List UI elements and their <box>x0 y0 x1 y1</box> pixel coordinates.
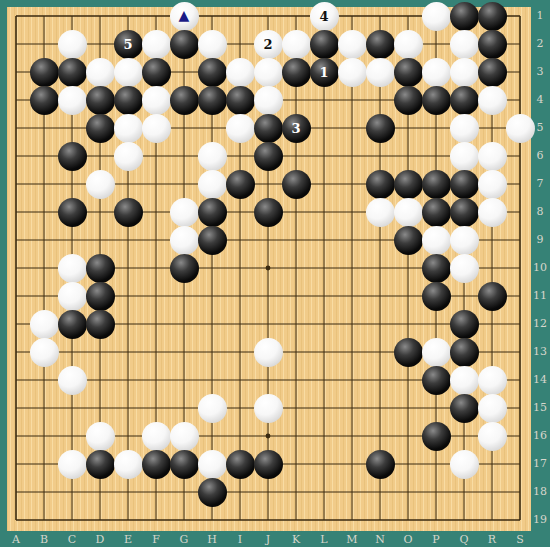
stone-white-H-17 <box>198 450 227 479</box>
stone-white-E-5 <box>114 114 143 143</box>
stone-white-N-8 <box>366 198 395 227</box>
row-label-10: 10 <box>531 261 549 275</box>
stone-black-C-3 <box>58 58 87 87</box>
stone-black-J-6 <box>254 142 283 171</box>
stone-black-H-18 <box>198 478 227 507</box>
row-label-13: 13 <box>531 345 549 359</box>
column-label-B: B <box>36 533 52 547</box>
stone-white-I-5 <box>226 114 255 143</box>
stone-white-D-3 <box>86 58 115 87</box>
column-label-M: M <box>344 533 360 547</box>
stone-white-Q-14 <box>450 366 479 395</box>
stone-white-R-16 <box>478 422 507 451</box>
row-label-17: 17 <box>531 457 549 471</box>
stone-black-D-4 <box>86 86 115 115</box>
stone-white-C-14 <box>58 366 87 395</box>
stone-black-B-3 <box>30 58 59 87</box>
stone-white-H-7 <box>198 170 227 199</box>
stone-white-O-8 <box>394 198 423 227</box>
go-diagram-frame: ▲45213 ABCDEFGHIJKLMNOPQRS 1234567891011… <box>0 0 550 547</box>
stone-white-C-17 <box>58 450 87 479</box>
stone-white-Q-6 <box>450 142 479 171</box>
column-label-P: P <box>428 533 444 547</box>
stone-white-F-16 <box>142 422 171 451</box>
stone-black-C-12 <box>58 310 87 339</box>
stone-black-N-7 <box>366 170 395 199</box>
column-label-L: L <box>316 533 332 547</box>
stone-white-C-2 <box>58 30 87 59</box>
stone-white-C-4 <box>58 86 87 115</box>
stone-black-P-10 <box>422 254 451 283</box>
row-label-1: 1 <box>531 9 549 23</box>
stone-black-G-17 <box>170 450 199 479</box>
stone-black-P-16 <box>422 422 451 451</box>
stone-black-R-1 <box>478 2 507 31</box>
column-label-C: C <box>64 533 80 547</box>
stone-black-D-10 <box>86 254 115 283</box>
stone-black-I-17 <box>226 450 255 479</box>
triangle-marker: ▲ <box>179 8 190 22</box>
stone-white-K-2 <box>282 30 311 59</box>
stone-black-C-8 <box>58 198 87 227</box>
move-number-label: 2 <box>263 38 272 51</box>
stone-black-I-4 <box>226 86 255 115</box>
stone-white-B-12 <box>30 310 59 339</box>
row-label-16: 16 <box>531 429 549 443</box>
stone-white-Q-3 <box>450 58 479 87</box>
stone-black-D-11 <box>86 282 115 311</box>
stone-white-Q-9 <box>450 226 479 255</box>
row-label-9: 9 <box>531 233 549 247</box>
stone-white-E-17 <box>114 450 143 479</box>
stone-black-P-14 <box>422 366 451 395</box>
stone-black-F-17 <box>142 450 171 479</box>
row-label-7: 7 <box>531 177 549 191</box>
stone-black-H-8 <box>198 198 227 227</box>
stone-black-B-4 <box>30 86 59 115</box>
stone-white-H-15 <box>198 394 227 423</box>
stone-white-O-2 <box>394 30 423 59</box>
stone-black-N-17 <box>366 450 395 479</box>
stone-black-F-3 <box>142 58 171 87</box>
stone-white-Q-2 <box>450 30 479 59</box>
stone-black-G-10 <box>170 254 199 283</box>
stone-black-D-17 <box>86 450 115 479</box>
stone-white-D-7 <box>86 170 115 199</box>
column-label-A: A <box>8 533 24 547</box>
stone-white-F-5 <box>142 114 171 143</box>
row-label-3: 3 <box>531 65 549 79</box>
go-board[interactable]: ▲45213 <box>7 7 531 531</box>
row-label-19: 19 <box>531 513 549 527</box>
stone-white-M-2 <box>338 30 367 59</box>
stone-black-L-3: 1 <box>310 58 339 87</box>
stone-white-D-16 <box>86 422 115 451</box>
stone-black-E-8 <box>114 198 143 227</box>
stone-black-Q-1 <box>450 2 479 31</box>
stone-white-H-6 <box>198 142 227 171</box>
stone-black-L-2 <box>310 30 339 59</box>
stone-black-K-7 <box>282 170 311 199</box>
stone-black-H-3 <box>198 58 227 87</box>
stone-white-F-4 <box>142 86 171 115</box>
stone-white-G-9 <box>170 226 199 255</box>
stone-black-Q-12 <box>450 310 479 339</box>
stone-white-L-1: 4 <box>310 2 339 31</box>
stone-white-G-16 <box>170 422 199 451</box>
stone-black-E-2: 5 <box>114 30 143 59</box>
stone-white-R-8 <box>478 198 507 227</box>
stone-black-E-4 <box>114 86 143 115</box>
stone-white-Q-17 <box>450 450 479 479</box>
stone-white-C-10 <box>58 254 87 283</box>
row-label-6: 6 <box>531 149 549 163</box>
row-label-14: 14 <box>531 373 549 387</box>
row-label-11: 11 <box>531 289 549 303</box>
stone-black-K-5: 3 <box>282 114 311 143</box>
stone-black-N-2 <box>366 30 395 59</box>
stone-white-J-4 <box>254 86 283 115</box>
stone-white-I-3 <box>226 58 255 87</box>
stone-black-G-2 <box>170 30 199 59</box>
stone-white-C-11 <box>58 282 87 311</box>
stone-black-J-8 <box>254 198 283 227</box>
stone-black-R-11 <box>478 282 507 311</box>
stone-black-O-3 <box>394 58 423 87</box>
stone-black-H-4 <box>198 86 227 115</box>
stone-black-O-9 <box>394 226 423 255</box>
stone-white-J-13 <box>254 338 283 367</box>
stone-black-N-5 <box>366 114 395 143</box>
stone-black-P-7 <box>422 170 451 199</box>
stone-white-Q-10 <box>450 254 479 283</box>
stone-black-Q-8 <box>450 198 479 227</box>
stone-black-R-3 <box>478 58 507 87</box>
hoshi-point <box>266 434 271 439</box>
stone-white-R-15 <box>478 394 507 423</box>
stone-black-C-6 <box>58 142 87 171</box>
stone-black-G-4 <box>170 86 199 115</box>
stone-white-J-15 <box>254 394 283 423</box>
stone-black-Q-13 <box>450 338 479 367</box>
stone-black-Q-7 <box>450 170 479 199</box>
stone-black-I-7 <box>226 170 255 199</box>
column-label-R: R <box>484 533 500 547</box>
stone-black-K-3 <box>282 58 311 87</box>
column-label-S: S <box>512 533 528 547</box>
stone-black-P-4 <box>422 86 451 115</box>
stone-white-F-2 <box>142 30 171 59</box>
stone-white-G-1: ▲ <box>170 2 199 31</box>
row-label-4: 4 <box>531 93 549 107</box>
stone-white-J-2: 2 <box>254 30 283 59</box>
stone-black-J-5 <box>254 114 283 143</box>
row-label-5: 5 <box>531 121 549 135</box>
column-label-J: J <box>260 533 276 547</box>
stone-white-P-3 <box>422 58 451 87</box>
column-label-K: K <box>288 533 304 547</box>
row-label-15: 15 <box>531 401 549 415</box>
stone-white-R-6 <box>478 142 507 171</box>
stone-white-E-3 <box>114 58 143 87</box>
stone-black-D-5 <box>86 114 115 143</box>
stone-white-B-13 <box>30 338 59 367</box>
column-label-D: D <box>92 533 108 547</box>
column-label-H: H <box>204 533 220 547</box>
move-number-label: 5 <box>123 38 132 51</box>
row-label-8: 8 <box>531 205 549 219</box>
stone-white-Q-5 <box>450 114 479 143</box>
stone-white-H-2 <box>198 30 227 59</box>
column-label-Q: Q <box>456 533 472 547</box>
stone-white-P-13 <box>422 338 451 367</box>
stone-white-E-6 <box>114 142 143 171</box>
stone-white-N-3 <box>366 58 395 87</box>
stone-black-H-9 <box>198 226 227 255</box>
stone-black-Q-15 <box>450 394 479 423</box>
stone-black-D-12 <box>86 310 115 339</box>
stone-black-O-13 <box>394 338 423 367</box>
stone-black-Q-4 <box>450 86 479 115</box>
stone-black-P-8 <box>422 198 451 227</box>
stone-white-R-7 <box>478 170 507 199</box>
stone-white-R-4 <box>478 86 507 115</box>
column-label-O: O <box>400 533 416 547</box>
move-number-label: 3 <box>291 122 300 135</box>
stone-white-G-8 <box>170 198 199 227</box>
stone-white-M-3 <box>338 58 367 87</box>
hoshi-point <box>266 266 271 271</box>
column-label-G: G <box>176 533 192 547</box>
row-label-18: 18 <box>531 485 549 499</box>
stone-black-O-4 <box>394 86 423 115</box>
stone-black-O-7 <box>394 170 423 199</box>
stone-black-R-2 <box>478 30 507 59</box>
move-number-label: 4 <box>319 10 328 23</box>
column-label-N: N <box>372 533 388 547</box>
column-label-I: I <box>232 533 248 547</box>
column-label-F: F <box>148 533 164 547</box>
stone-black-P-11 <box>422 282 451 311</box>
row-label-2: 2 <box>531 37 549 51</box>
stone-white-P-9 <box>422 226 451 255</box>
stone-black-J-17 <box>254 450 283 479</box>
stone-white-P-1 <box>422 2 451 31</box>
column-label-E: E <box>120 533 136 547</box>
stone-white-J-3 <box>254 58 283 87</box>
stone-white-R-14 <box>478 366 507 395</box>
row-label-12: 12 <box>531 317 549 331</box>
move-number-label: 1 <box>319 66 328 79</box>
